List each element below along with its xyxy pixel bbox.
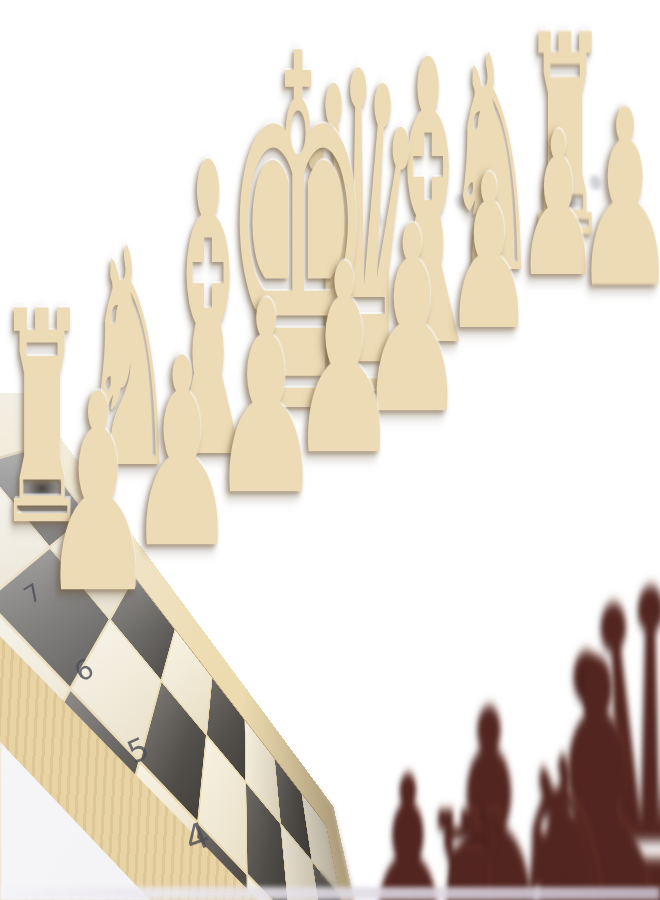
piece-ground-shadow: [240, 447, 291, 475]
piece-ground-shadow: [539, 241, 577, 262]
dark-knight: ♞: [504, 718, 630, 900]
dark-rook: ♜: [421, 783, 518, 900]
white-pawn-h7: ♟: [42, 359, 154, 632]
piece-ground-shadow: [319, 408, 369, 435]
piece-ground-shadow: [601, 244, 648, 270]
white-pawn-a7: ♟: [575, 78, 660, 322]
piece-ground-shadow: [72, 545, 125, 574]
piece-ground-shadow: [157, 502, 207, 529]
chess-set-photo: 7654 ♜♞♝♚♛♝♞♜♟♟♟♟♟♟♟♟♟♜♟♞♟♛: [0, 0, 660, 900]
piece-ground-shadow: [468, 292, 509, 314]
